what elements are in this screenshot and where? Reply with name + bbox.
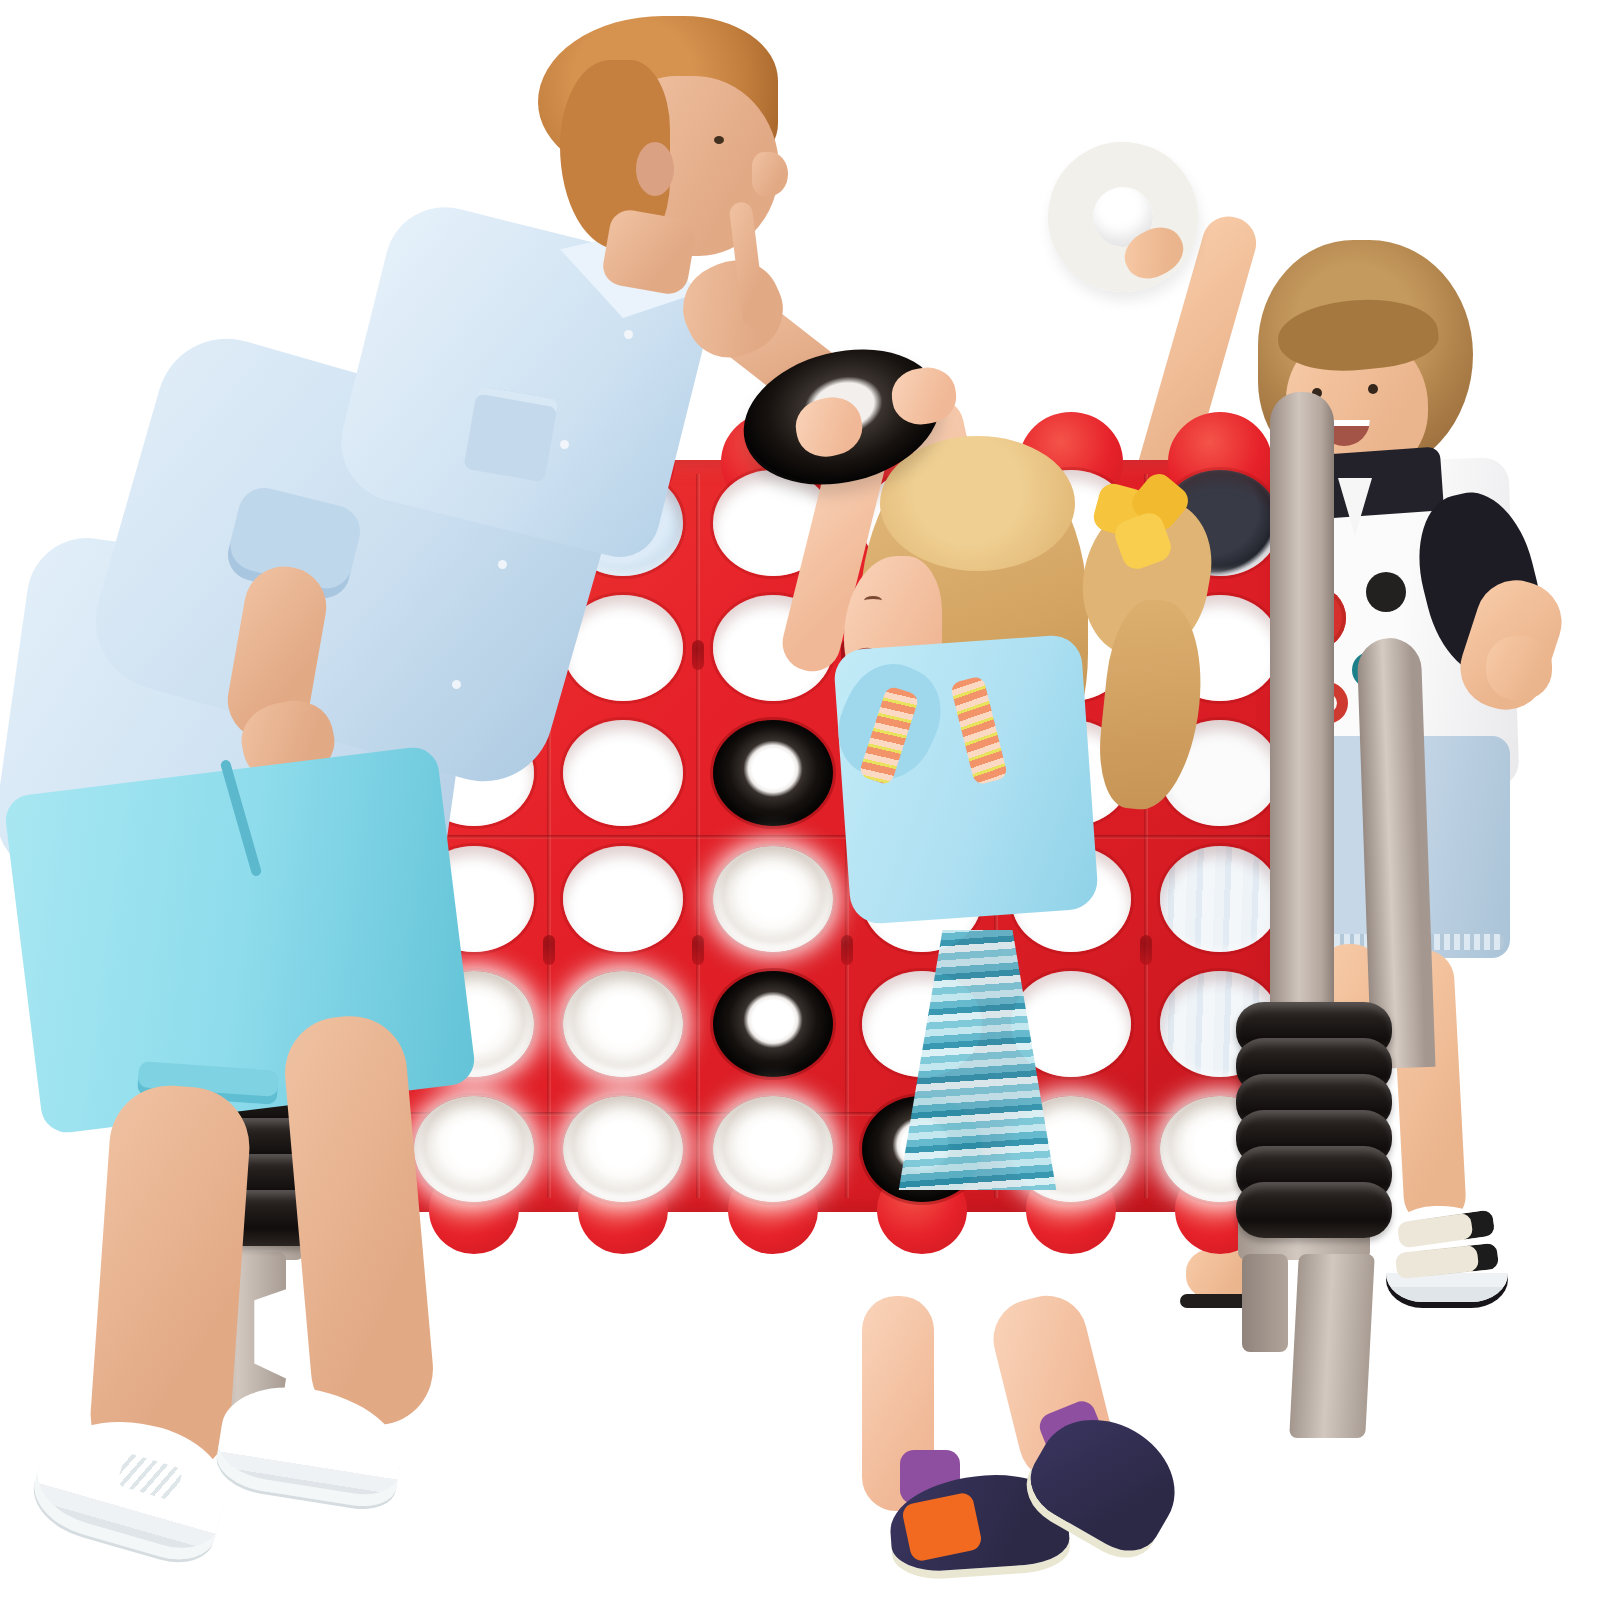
scene-giant-connect-four (0, 0, 1600, 1600)
white-ring-in-board-r4c4 (713, 846, 833, 952)
man-shirt-button1 (624, 330, 633, 339)
board-cell-empty-r4c3 (563, 846, 683, 952)
white-ring-in-board-r6c4 (713, 1096, 833, 1202)
man-eye (714, 136, 724, 144)
black-ring-in-board-r3c4 (713, 720, 833, 826)
white-ring-in-board-r5c3 (563, 971, 683, 1077)
boy-fist (1486, 636, 1552, 700)
boy-badge-black (1366, 572, 1406, 612)
board-slot-notch (841, 935, 853, 965)
man-neck (600, 207, 698, 297)
board-slot-notch (692, 640, 704, 670)
girl-hair-crown (880, 436, 1075, 571)
base-stub-right (1242, 1254, 1288, 1352)
held-white-ring (1034, 128, 1212, 306)
board-cell-empty-r3c3 (563, 720, 683, 826)
man-shirt-button2 (560, 440, 569, 449)
man-nose (752, 152, 788, 196)
black-ring-in-board-r5c4 (713, 971, 833, 1077)
white-ring-in-board-r6c3 (563, 1096, 683, 1202)
man-shirt-button3 (498, 560, 507, 569)
man-shirt-pocket (463, 386, 558, 483)
board-slot-notch (543, 935, 555, 965)
man-ear (636, 142, 674, 196)
man-shirt-button4 (452, 680, 461, 689)
boy-eye-right (1368, 384, 1378, 394)
board-slot-notch (692, 935, 704, 965)
stacked-black-ring (1236, 1182, 1392, 1238)
board-slot-notch (1140, 935, 1152, 965)
base-leg-right (1289, 1254, 1375, 1438)
girl-eye (864, 596, 882, 605)
board-cell-showing-denim-r4c7 (1160, 846, 1280, 952)
white-ring-in-board-r6c2 (414, 1096, 534, 1202)
